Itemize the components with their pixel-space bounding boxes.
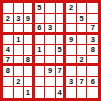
- sudoku-cell-empty[interactable]: [56, 35, 67, 46]
- sudoku-cell-given[interactable]: 4: [56, 87, 67, 98]
- sudoku-cell-given[interactable]: 7: [3, 56, 14, 67]
- sudoku-cell-empty[interactable]: [45, 87, 56, 98]
- sudoku-cell-empty[interactable]: [24, 66, 35, 77]
- sudoku-cell-empty[interactable]: [35, 56, 46, 67]
- sudoku-cell-given[interactable]: 3: [14, 14, 25, 25]
- sudoku-cell-given[interactable]: 3: [66, 77, 77, 88]
- sudoku-cell-given[interactable]: 1: [35, 45, 46, 56]
- sudoku-cell-empty[interactable]: [14, 45, 25, 56]
- sudoku-cell-empty[interactable]: [66, 45, 77, 56]
- sudoku-cell-empty[interactable]: [14, 24, 25, 35]
- sudoku-cell-empty[interactable]: [14, 3, 25, 14]
- sudoku-cell-empty[interactable]: [24, 3, 35, 14]
- sudoku-cell-given[interactable]: 5: [56, 45, 67, 56]
- sudoku-cell-empty[interactable]: [45, 77, 56, 88]
- sudoku-cell-given[interactable]: 6: [35, 24, 46, 35]
- sudoku-cell-given[interactable]: 1: [14, 35, 25, 46]
- sudoku-cell-empty[interactable]: [35, 87, 46, 98]
- sudoku-cell-empty[interactable]: [77, 24, 88, 35]
- sudoku-cell-empty[interactable]: [45, 45, 56, 56]
- sudoku-cell-given[interactable]: 9: [66, 35, 77, 46]
- sudoku-cell-given[interactable]: 3: [45, 24, 56, 35]
- sudoku-cell-given[interactable]: 7: [87, 24, 98, 35]
- sudoku-cell-empty[interactable]: [87, 87, 98, 98]
- sudoku-cell-empty[interactable]: [56, 14, 67, 25]
- sudoku-cell-empty[interactable]: [56, 3, 67, 14]
- sudoku-cell-empty[interactable]: [77, 87, 88, 98]
- sudoku-cell-empty[interactable]: [35, 35, 46, 46]
- sudoku-cell-empty[interactable]: [45, 35, 56, 46]
- sudoku-cell-empty[interactable]: [66, 87, 77, 98]
- sudoku-cell-empty[interactable]: [66, 14, 77, 25]
- sudoku-cell-empty[interactable]: [3, 35, 14, 46]
- sudoku-cell-empty[interactable]: [3, 24, 14, 35]
- sudoku-cell-empty[interactable]: [45, 3, 56, 14]
- sudoku-cell-given[interactable]: 8: [87, 45, 98, 56]
- sudoku-cell-empty[interactable]: [24, 77, 35, 88]
- sudoku-cell-empty[interactable]: [35, 77, 46, 88]
- sudoku-board: 5223956371934158782897237614: [0, 0, 101, 101]
- sudoku-cell-given[interactable]: 3: [87, 35, 98, 46]
- sudoku-cell-empty[interactable]: [3, 3, 14, 14]
- sudoku-cell-given[interactable]: 8: [3, 66, 14, 77]
- sudoku-cell-empty[interactable]: [14, 66, 25, 77]
- sudoku-cell-empty[interactable]: [77, 3, 88, 14]
- sudoku-cell-given[interactable]: 8: [24, 56, 35, 67]
- sudoku-cell-empty[interactable]: [66, 56, 77, 67]
- sudoku-cell-empty[interactable]: [87, 56, 98, 67]
- sudoku-cell-given[interactable]: 9: [45, 66, 56, 77]
- sudoku-cell-given[interactable]: 2: [3, 14, 14, 25]
- sudoku-cell-given[interactable]: 1: [24, 87, 35, 98]
- sudoku-cell-empty[interactable]: [24, 35, 35, 46]
- sudoku-cell-given[interactable]: 7: [77, 77, 88, 88]
- sudoku-cell-empty[interactable]: [77, 35, 88, 46]
- sudoku-cell-empty[interactable]: [14, 56, 25, 67]
- sudoku-cell-empty[interactable]: [56, 56, 67, 67]
- sudoku-cell-given[interactable]: 5: [77, 14, 88, 25]
- sudoku-cell-given[interactable]: 9: [24, 14, 35, 25]
- sudoku-cell-empty[interactable]: [87, 66, 98, 77]
- sudoku-cell-empty[interactable]: [87, 3, 98, 14]
- sudoku-cell-given[interactable]: 2: [66, 3, 77, 14]
- sudoku-cell-given[interactable]: 2: [77, 56, 88, 67]
- sudoku-cell-empty[interactable]: [77, 66, 88, 77]
- sudoku-cell-given[interactable]: 2: [14, 77, 25, 88]
- sudoku-cell-empty[interactable]: [56, 77, 67, 88]
- sudoku-cell-empty[interactable]: [3, 87, 14, 98]
- sudoku-cell-empty[interactable]: [35, 66, 46, 77]
- sudoku-cell-given[interactable]: 6: [87, 77, 98, 88]
- sudoku-cell-empty[interactable]: [66, 24, 77, 35]
- sudoku-cell-empty[interactable]: [24, 24, 35, 35]
- sudoku-cell-empty[interactable]: [66, 66, 77, 77]
- sudoku-cell-empty[interactable]: [56, 24, 67, 35]
- sudoku-cell-given[interactable]: 5: [35, 3, 46, 14]
- sudoku-cell-empty[interactable]: [45, 56, 56, 67]
- sudoku-cell-empty[interactable]: [14, 87, 25, 98]
- sudoku-cell-given[interactable]: 7: [56, 66, 67, 77]
- sudoku-cell-empty[interactable]: [3, 77, 14, 88]
